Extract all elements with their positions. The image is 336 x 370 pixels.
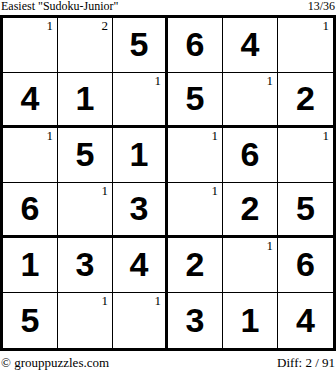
pencil-mark: 2 — [102, 19, 109, 32]
cell-value: 1 — [130, 137, 149, 171]
cell-r4c1[interactable]: 6 — [3, 183, 58, 238]
cell-r2c1[interactable]: 4 — [3, 73, 58, 128]
cell-value: 6 — [186, 27, 205, 61]
cell-r5c5[interactable]: 1 — [223, 238, 278, 293]
cell-r1c1[interactable]: 1 — [3, 18, 58, 73]
cell-r2c2[interactable]: 1 — [58, 73, 113, 128]
cell-r1c3[interactable]: 5 — [113, 18, 168, 73]
cell-r6c4[interactable]: 3 — [168, 293, 223, 348]
cell-value: 2 — [296, 81, 315, 115]
cell-value: 1 — [21, 247, 40, 281]
puzzle-counter: 13/36 — [308, 0, 335, 13]
cell-value: 3 — [76, 247, 95, 281]
cell-r4c2[interactable]: 1 — [58, 183, 113, 238]
pencil-mark: 1 — [212, 184, 219, 197]
footer: © grouppuzzles.com Diff: 2 / 91 — [0, 351, 336, 370]
sudoku-grid: 125641411512151161613125134216511314 — [0, 15, 336, 351]
pencil-mark: 1 — [155, 74, 162, 87]
cell-r6c5[interactable]: 1 — [223, 293, 278, 348]
pencil-mark: 1 — [47, 129, 54, 142]
cell-value: 5 — [130, 27, 149, 61]
cell-r2c5[interactable]: 1 — [223, 73, 278, 128]
cell-r5c6[interactable]: 6 — [278, 238, 333, 293]
cell-value: 1 — [241, 303, 260, 337]
puzzle-page: Easiest "Sudoku-Junior" 13/36 1256414115… — [0, 0, 336, 370]
cell-r1c2[interactable]: 2 — [58, 18, 113, 73]
cell-value: 4 — [296, 303, 315, 337]
page-title: Easiest "Sudoku-Junior" — [1, 0, 118, 13]
cell-r1c5[interactable]: 4 — [223, 18, 278, 73]
cell-r6c6[interactable]: 4 — [278, 293, 333, 348]
cell-value: 2 — [241, 191, 260, 225]
copyright-text: © grouppuzzles.com — [1, 356, 109, 370]
cell-r3c1[interactable]: 1 — [3, 128, 58, 183]
pencil-mark: 1 — [102, 184, 109, 197]
difficulty-text: Diff: 2 / 91 — [277, 356, 335, 370]
cell-r1c6[interactable]: 1 — [278, 18, 333, 73]
cell-r3c5[interactable]: 6 — [223, 128, 278, 183]
pencil-mark: 1 — [47, 19, 54, 32]
cell-value: 5 — [296, 191, 315, 225]
cell-r2c3[interactable]: 1 — [113, 73, 168, 128]
cell-value: 4 — [241, 27, 260, 61]
pencil-mark: 1 — [323, 129, 330, 142]
cell-value: 6 — [296, 247, 315, 281]
cell-r4c5[interactable]: 2 — [223, 183, 278, 238]
cell-r5c1[interactable]: 1 — [3, 238, 58, 293]
cell-r6c3[interactable]: 1 — [113, 293, 168, 348]
cell-r3c4[interactable]: 1 — [168, 128, 223, 183]
cell-r3c2[interactable]: 5 — [58, 128, 113, 183]
cell-r4c4[interactable]: 1 — [168, 183, 223, 238]
cell-value: 6 — [241, 137, 260, 171]
header: Easiest "Sudoku-Junior" 13/36 — [0, 0, 336, 15]
cell-value: 5 — [186, 81, 205, 115]
cell-value: 3 — [130, 191, 149, 225]
cell-value: 1 — [76, 81, 95, 115]
pencil-mark: 1 — [102, 294, 109, 307]
cell-r4c6[interactable]: 5 — [278, 183, 333, 238]
cell-r2c4[interactable]: 5 — [168, 73, 223, 128]
cell-r3c3[interactable]: 1 — [113, 128, 168, 183]
pencil-mark: 1 — [323, 19, 330, 32]
cell-value: 5 — [76, 137, 95, 171]
cell-r5c3[interactable]: 4 — [113, 238, 168, 293]
cell-r4c3[interactable]: 3 — [113, 183, 168, 238]
cell-r3c6[interactable]: 1 — [278, 128, 333, 183]
cell-r6c1[interactable]: 5 — [3, 293, 58, 348]
cell-value: 6 — [21, 191, 40, 225]
pencil-mark: 1 — [155, 294, 162, 307]
pencil-mark: 1 — [267, 74, 274, 87]
cell-value: 2 — [186, 247, 205, 281]
cell-r5c4[interactable]: 2 — [168, 238, 223, 293]
cell-value: 4 — [130, 247, 149, 281]
cell-value: 5 — [21, 303, 40, 337]
pencil-mark: 1 — [212, 129, 219, 142]
cell-value: 4 — [21, 81, 40, 115]
cell-value: 3 — [186, 303, 205, 337]
cell-r6c2[interactable]: 1 — [58, 293, 113, 348]
cell-r5c2[interactable]: 3 — [58, 238, 113, 293]
pencil-mark: 1 — [267, 239, 274, 252]
cell-r2c6[interactable]: 2 — [278, 73, 333, 128]
cell-r1c4[interactable]: 6 — [168, 18, 223, 73]
